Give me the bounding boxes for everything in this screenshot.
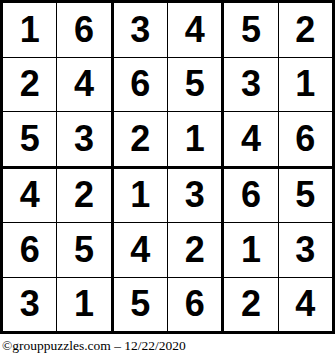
sudoku-cell-r4c5: 6 <box>224 169 277 223</box>
sudoku-cell-r1c1: 1 <box>3 3 56 57</box>
sudoku-cell-r1c4: 4 <box>168 3 221 57</box>
sudoku-cell-r4c3: 1 <box>114 169 167 223</box>
sudoku-cell-r5c6: 3 <box>279 223 332 277</box>
sudoku-box-top-middle: 3 4 6 5 2 1 <box>114 3 222 166</box>
sudoku-cell-r2c2: 4 <box>57 58 110 112</box>
sudoku-cell-r5c3: 4 <box>114 223 167 277</box>
sudoku-cell-r4c6: 5 <box>279 169 332 223</box>
sudoku-cell-r2c3: 6 <box>114 58 167 112</box>
sudoku-cell-r3c3: 2 <box>114 112 167 166</box>
sudoku-cell-r3c6: 6 <box>279 112 332 166</box>
sudoku-cell-r3c5: 4 <box>224 112 277 166</box>
sudoku-cell-r5c4: 2 <box>168 223 221 277</box>
sudoku-cell-r6c6: 4 <box>279 278 332 332</box>
sudoku-cell-r2c4: 5 <box>168 58 221 112</box>
sudoku-box-top-left: 1 6 2 4 5 3 <box>3 3 111 166</box>
sudoku-box-top-right: 5 2 3 1 4 6 <box>224 3 332 166</box>
sudoku-cell-r5c2: 5 <box>57 223 110 277</box>
sudoku-cell-r1c6: 2 <box>279 3 332 57</box>
sudoku-box-bottom-middle: 1 3 4 2 5 6 <box>114 169 222 332</box>
sudoku-cell-r4c1: 4 <box>3 169 56 223</box>
sudoku-box-bottom-left: 4 2 6 5 3 1 <box>3 169 111 332</box>
sudoku-cell-r2c1: 2 <box>3 58 56 112</box>
sudoku-cell-r3c1: 5 <box>3 112 56 166</box>
sudoku-page: 1 6 2 4 5 3 3 4 6 5 2 1 5 2 3 1 4 6 4 2 … <box>0 0 335 357</box>
sudoku-cell-r6c3: 5 <box>114 278 167 332</box>
sudoku-cell-r4c4: 3 <box>168 169 221 223</box>
sudoku-cell-r6c5: 2 <box>224 278 277 332</box>
sudoku-cell-r1c5: 5 <box>224 3 277 57</box>
sudoku-cell-r1c3: 3 <box>114 3 167 57</box>
sudoku-cell-r3c2: 3 <box>57 112 110 166</box>
sudoku-cell-r5c5: 1 <box>224 223 277 277</box>
sudoku-cell-r4c2: 2 <box>57 169 110 223</box>
sudoku-cell-r1c2: 6 <box>57 3 110 57</box>
sudoku-board: 1 6 2 4 5 3 3 4 6 5 2 1 5 2 3 1 4 6 4 2 … <box>0 0 335 334</box>
sudoku-cell-r2c5: 3 <box>224 58 277 112</box>
sudoku-cell-r2c6: 1 <box>279 58 332 112</box>
sudoku-cell-r6c4: 6 <box>168 278 221 332</box>
sudoku-cell-r6c1: 3 <box>3 278 56 332</box>
sudoku-cell-r5c1: 6 <box>3 223 56 277</box>
sudoku-box-bottom-right: 6 5 1 3 2 4 <box>224 169 332 332</box>
sudoku-cell-r3c4: 1 <box>168 112 221 166</box>
copyright-footer: ©grouppuzzles.com – 12/22/2020 <box>2 338 186 354</box>
sudoku-cell-r6c2: 1 <box>57 278 110 332</box>
